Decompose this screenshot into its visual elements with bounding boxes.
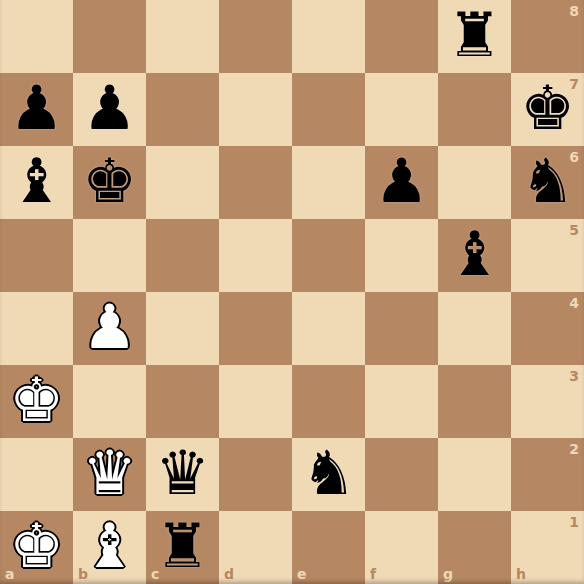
- white-king-a3[interactable]: ♚: [9, 369, 64, 430]
- square-d7[interactable]: [219, 73, 292, 146]
- square-b1[interactable]: b♝: [73, 511, 146, 584]
- rank-label-2: 2: [569, 442, 579, 456]
- square-d6[interactable]: [219, 146, 292, 219]
- square-g7[interactable]: [438, 73, 511, 146]
- square-f2[interactable]: [365, 438, 438, 511]
- square-e3[interactable]: [292, 365, 365, 438]
- square-g4[interactable]: [438, 292, 511, 365]
- square-c8[interactable]: [146, 0, 219, 73]
- square-e6[interactable]: [292, 146, 365, 219]
- file-label-e: e: [297, 567, 307, 581]
- chess-board: ♜8♟♟7♚♝♚♟6♞♝5♟4♚3♛♛♞2a♚b♝c♜defg1h: [0, 0, 584, 584]
- square-a2[interactable]: [0, 438, 73, 511]
- square-g8[interactable]: ♜: [438, 0, 511, 73]
- square-b6[interactable]: ♚: [73, 146, 146, 219]
- square-e8[interactable]: [292, 0, 365, 73]
- black-queen-c2[interactable]: ♛: [155, 442, 210, 503]
- file-label-d: d: [224, 567, 234, 581]
- square-c6[interactable]: [146, 146, 219, 219]
- square-g3[interactable]: [438, 365, 511, 438]
- square-c3[interactable]: [146, 365, 219, 438]
- square-h4[interactable]: 4: [511, 292, 584, 365]
- square-g1[interactable]: g: [438, 511, 511, 584]
- file-label-g: g: [443, 567, 453, 581]
- square-c1[interactable]: c♜: [146, 511, 219, 584]
- rank-label-3: 3: [569, 369, 579, 383]
- square-b5[interactable]: [73, 219, 146, 292]
- square-d1[interactable]: d: [219, 511, 292, 584]
- file-label-f: f: [370, 567, 376, 581]
- black-rook-c1[interactable]: ♜: [155, 515, 210, 576]
- square-g6[interactable]: [438, 146, 511, 219]
- square-h1[interactable]: 1h: [511, 511, 584, 584]
- square-b8[interactable]: [73, 0, 146, 73]
- square-f5[interactable]: [365, 219, 438, 292]
- square-h8[interactable]: 8: [511, 0, 584, 73]
- black-knight-h6[interactable]: ♞: [520, 150, 575, 211]
- square-f8[interactable]: [365, 0, 438, 73]
- square-f3[interactable]: [365, 365, 438, 438]
- square-f6[interactable]: ♟: [365, 146, 438, 219]
- square-c5[interactable]: [146, 219, 219, 292]
- rank-label-8: 8: [569, 4, 579, 18]
- square-c4[interactable]: [146, 292, 219, 365]
- square-d4[interactable]: [219, 292, 292, 365]
- rank-label-4: 4: [569, 296, 579, 310]
- black-pawn-a7[interactable]: ♟: [9, 77, 64, 138]
- square-h7[interactable]: 7♚: [511, 73, 584, 146]
- square-e1[interactable]: e: [292, 511, 365, 584]
- square-h6[interactable]: 6♞: [511, 146, 584, 219]
- square-b2[interactable]: ♛: [73, 438, 146, 511]
- square-e4[interactable]: [292, 292, 365, 365]
- square-a3[interactable]: ♚: [0, 365, 73, 438]
- square-c2[interactable]: ♛: [146, 438, 219, 511]
- white-bishop-b1[interactable]: ♝: [82, 515, 137, 576]
- square-a6[interactable]: ♝: [0, 146, 73, 219]
- white-king-a1[interactable]: ♚: [9, 515, 64, 576]
- square-d5[interactable]: [219, 219, 292, 292]
- square-e7[interactable]: [292, 73, 365, 146]
- square-g5[interactable]: ♝: [438, 219, 511, 292]
- square-h3[interactable]: 3: [511, 365, 584, 438]
- square-f4[interactable]: [365, 292, 438, 365]
- black-pawn-f6[interactable]: ♟: [374, 150, 429, 211]
- square-a4[interactable]: [0, 292, 73, 365]
- white-pawn-b4[interactable]: ♟: [82, 296, 137, 357]
- file-label-h: h: [516, 567, 526, 581]
- square-f1[interactable]: f: [365, 511, 438, 584]
- square-e2[interactable]: ♞: [292, 438, 365, 511]
- square-b7[interactable]: ♟: [73, 73, 146, 146]
- black-bishop-g5[interactable]: ♝: [447, 223, 502, 284]
- black-rook-g8[interactable]: ♜: [447, 4, 502, 65]
- black-bishop-a6[interactable]: ♝: [9, 150, 64, 211]
- square-d8[interactable]: [219, 0, 292, 73]
- square-h5[interactable]: 5: [511, 219, 584, 292]
- square-c7[interactable]: [146, 73, 219, 146]
- square-a7[interactable]: ♟: [0, 73, 73, 146]
- square-e5[interactable]: [292, 219, 365, 292]
- square-h2[interactable]: 2: [511, 438, 584, 511]
- square-b3[interactable]: [73, 365, 146, 438]
- black-king-h7[interactable]: ♚: [520, 77, 575, 138]
- black-pawn-b7[interactable]: ♟: [82, 77, 137, 138]
- rank-label-5: 5: [569, 223, 579, 237]
- black-king-b6[interactable]: ♚: [82, 150, 137, 211]
- square-b4[interactable]: ♟: [73, 292, 146, 365]
- rank-label-1: 1: [569, 515, 579, 529]
- square-a5[interactable]: [0, 219, 73, 292]
- square-f7[interactable]: [365, 73, 438, 146]
- square-g2[interactable]: [438, 438, 511, 511]
- square-d2[interactable]: [219, 438, 292, 511]
- square-a8[interactable]: [0, 0, 73, 73]
- black-knight-e2[interactable]: ♞: [301, 442, 356, 503]
- square-d3[interactable]: [219, 365, 292, 438]
- white-queen-b2[interactable]: ♛: [82, 442, 137, 503]
- square-a1[interactable]: a♚: [0, 511, 73, 584]
